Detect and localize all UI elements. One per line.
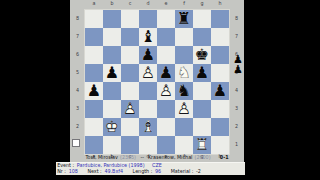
square-e5[interactable]: ♟ (157, 64, 175, 82)
square-e2[interactable] (157, 118, 175, 136)
file-labels-top: abcdefgh (85, 1, 229, 6)
square-e6[interactable] (157, 46, 175, 64)
white-piece-outline: ♔ (103, 118, 121, 136)
square-a5[interactable] (85, 64, 103, 82)
white-pawn-piece[interactable]: ♟♙ (157, 82, 175, 100)
white-pawn-piece[interactable]: ♟♙ (139, 64, 157, 82)
square-e4[interactable]: ♟♙ (157, 82, 175, 100)
square-h4[interactable]: ♟ (211, 82, 229, 100)
black-bishop-piece[interactable]: ♝ (139, 28, 157, 46)
black-pawn-piece[interactable]: ♟ (193, 64, 211, 82)
square-c1[interactable] (121, 136, 139, 154)
next-move-label: Next : (87, 169, 101, 174)
game-header: Tost, Miroslav (2305) -- Krasenkow, Mich… (70, 155, 244, 160)
material-label: Material : (171, 169, 194, 174)
white-piece-outline: ♙ (175, 100, 193, 118)
white-pawn-piece[interactable]: ♟♙ (121, 100, 139, 118)
square-d1[interactable] (139, 136, 157, 154)
black-pawn-piece[interactable]: ♟ (211, 82, 229, 100)
square-b7[interactable] (103, 28, 121, 46)
rank-label-4: 4 (70, 82, 85, 100)
rank-label-7: 7 (229, 28, 244, 46)
black-pawn-piece[interactable]: ♟ (85, 82, 103, 100)
game-length: Length : 96 (133, 169, 162, 175)
square-d6[interactable]: ♟ (139, 46, 157, 64)
white-piece-outline: ♗ (139, 118, 157, 136)
stats-line: Nr : 108 Next : 49.Bxf4 Length : 96 Mate… (56, 169, 245, 175)
rank-label-1: 1 (229, 136, 244, 154)
square-f7[interactable] (175, 28, 193, 46)
square-d2[interactable]: ♝♗ (139, 118, 157, 136)
video-frame: abcdefgh 87654321 ♜♝♟♚♟♟♙♟♞♘♟♟♟♙♞♟♟♙♟♙♚♔… (0, 0, 320, 180)
square-a1[interactable] (85, 136, 103, 154)
square-c5[interactable] (121, 64, 139, 82)
file-label-c: c (121, 1, 139, 6)
square-f3[interactable]: ♟♙ (175, 100, 193, 118)
game-result: 0-1 (220, 155, 229, 160)
square-f8[interactable]: ♜ (175, 10, 193, 28)
rank-label-8: 8 (70, 10, 85, 28)
rank-labels-right: 87654321 (229, 10, 244, 154)
square-b3[interactable] (103, 100, 121, 118)
square-e3[interactable] (157, 100, 175, 118)
rank-label-7: 7 (70, 28, 85, 46)
black-pawn-piece[interactable]: ♟ (157, 64, 175, 82)
event-value: Pardubice, Pardubice (1998) (77, 163, 145, 168)
square-f5[interactable]: ♞♘ (175, 64, 193, 82)
square-h3[interactable] (211, 100, 229, 118)
white-knight-piece[interactable]: ♞♘ (175, 64, 193, 82)
square-b1[interactable] (103, 136, 121, 154)
rank-label-4: 4 (229, 82, 244, 100)
square-d7[interactable]: ♝ (139, 28, 157, 46)
square-c8[interactable] (121, 10, 139, 28)
square-a2[interactable] (85, 118, 103, 136)
square-f1[interactable] (175, 136, 193, 154)
black-pawn-piece[interactable]: ♟ (139, 46, 157, 64)
game-number: Nr : 108 (57, 169, 78, 175)
white-piece-outline: ♙ (121, 100, 139, 118)
info-panel: Event : Pardubice, Pardubice (1998) CZE … (56, 162, 245, 175)
black-rook-piece[interactable]: ♜ (175, 10, 193, 28)
square-a3[interactable] (85, 100, 103, 118)
rank-label-3: 3 (229, 100, 244, 118)
white-piece-outline: ♙ (139, 64, 157, 82)
file-label-g: g (193, 1, 211, 6)
white-piece-outline: ♘ (175, 64, 193, 82)
square-b5[interactable]: ♟ (103, 64, 121, 82)
black-player-name: Krasenkow, Michal (148, 155, 193, 160)
black-pawn-piece[interactable]: ♟ (103, 64, 121, 82)
square-c7[interactable] (121, 28, 139, 46)
material-value: -2 (196, 169, 201, 174)
file-label-a: a (85, 1, 103, 6)
square-b6[interactable] (103, 46, 121, 64)
square-b8[interactable] (103, 10, 121, 28)
square-g4[interactable] (193, 82, 211, 100)
material-balance: Material : -2 (171, 169, 201, 175)
square-e8[interactable] (157, 10, 175, 28)
game-number-value: 108 (69, 169, 78, 174)
white-bishop-piece[interactable]: ♝♗ (139, 118, 157, 136)
square-h5[interactable] (211, 64, 229, 82)
square-c6[interactable] (121, 46, 139, 64)
chess-gui: abcdefgh 87654321 ♜♝♟♚♟♟♙♟♞♘♟♟♟♙♞♟♟♙♟♙♚♔… (70, 0, 244, 162)
game-length-value: 96 (155, 169, 161, 174)
file-label-h: h (211, 1, 229, 6)
next-move: Next : 49.Bxf4 (87, 169, 123, 175)
square-a7[interactable] (85, 28, 103, 46)
square-g5[interactable]: ♟ (193, 64, 211, 82)
square-d4[interactable] (139, 82, 157, 100)
game-length-label: Length : (133, 169, 153, 174)
square-f6[interactable] (175, 46, 193, 64)
black-knight-piece[interactable]: ♞ (175, 82, 193, 100)
black-king-piece[interactable]: ♚ (193, 46, 211, 64)
game-number-label: Nr : (57, 169, 66, 174)
file-label-b: b (103, 1, 121, 6)
square-d5[interactable]: ♟♙ (139, 64, 157, 82)
captured-material-tray: ♟♟ (232, 55, 244, 75)
board[interactable]: ♜♝♟♚♟♟♙♟♞♘♟♟♟♙♞♟♟♙♟♙♚♔♝♗♜♖ (85, 10, 229, 154)
square-b4[interactable] (103, 82, 121, 100)
square-c3[interactable]: ♟♙ (121, 100, 139, 118)
square-g7[interactable] (193, 28, 211, 46)
black-rating: (2600) (195, 155, 211, 160)
square-h7[interactable] (211, 28, 229, 46)
square-a6[interactable] (85, 46, 103, 64)
square-d8[interactable] (139, 10, 157, 28)
rank-label-2: 2 (229, 118, 244, 136)
square-e1[interactable] (157, 136, 175, 154)
square-h1[interactable] (211, 136, 229, 154)
event-label: Event : (57, 163, 74, 168)
square-f2[interactable] (175, 118, 193, 136)
white-rating: (2305) (120, 155, 136, 160)
rank-label-5: 5 (70, 64, 85, 82)
captured-black-pawn-icon: ♟ (233, 65, 243, 75)
square-c4[interactable] (121, 82, 139, 100)
square-g1[interactable]: ♜♖ (193, 136, 211, 154)
rank-label-8: 8 (229, 10, 244, 28)
rank-label-3: 3 (70, 100, 85, 118)
square-b2[interactable]: ♚♔ (103, 118, 121, 136)
square-d3[interactable] (139, 100, 157, 118)
square-a8[interactable] (85, 10, 103, 28)
square-e7[interactable] (157, 28, 175, 46)
white-rook-piece[interactable]: ♜♖ (193, 136, 211, 154)
next-move-value: 49.Bxf4 (104, 169, 123, 174)
square-h2[interactable] (211, 118, 229, 136)
event-country: CZE (152, 163, 162, 168)
square-g2[interactable] (193, 118, 211, 136)
square-c2[interactable] (121, 118, 139, 136)
players-separator: -- (141, 155, 144, 160)
square-g3[interactable] (193, 100, 211, 118)
rank-label-2: 2 (70, 118, 85, 136)
square-g6[interactable]: ♚ (193, 46, 211, 64)
file-label-d: d (139, 1, 157, 6)
info-panel-inner: Event : Pardubice, Pardubice (1998) CZE … (56, 163, 245, 175)
square-a4[interactable]: ♟ (85, 82, 103, 100)
square-h6[interactable] (211, 46, 229, 64)
white-pawn-piece[interactable]: ♟♙ (175, 100, 193, 118)
square-h8[interactable] (211, 10, 229, 28)
rank-label-6: 6 (70, 46, 85, 64)
file-label-f: f (175, 1, 193, 6)
white-piece-outline: ♖ (193, 136, 211, 154)
square-f4[interactable]: ♞ (175, 82, 193, 100)
file-label-e: e (157, 1, 175, 6)
white-king-piece[interactable]: ♚♔ (103, 118, 121, 136)
white-player-name: Tost, Miroslav (85, 155, 117, 160)
white-piece-outline: ♙ (157, 82, 175, 100)
white-to-move-indicator (72, 139, 80, 147)
rank-labels-left: 87654321 (70, 10, 85, 154)
square-g8[interactable] (193, 10, 211, 28)
